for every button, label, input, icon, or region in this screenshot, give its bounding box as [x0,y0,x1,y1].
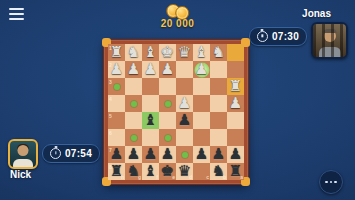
square-c3[interactable] [193,78,210,95]
square-f1[interactable]: ♝ [142,44,159,61]
player-avatar[interactable] [8,139,38,169]
white-bishop[interactable]: ♝ [195,44,208,61]
square-g4[interactable] [125,95,142,112]
clock-icon [257,31,268,42]
square-b4[interactable] [210,95,227,112]
square-h2[interactable]: ♟2 [108,61,125,78]
square-h1[interactable]: ♜1 [108,44,125,61]
square-a8[interactable]: ♜a [227,163,244,180]
white-pawn[interactable]: ♟ [178,95,191,112]
square-e5[interactable] [159,112,176,129]
square-e8[interactable]: ♚e [159,163,176,180]
square-c5[interactable] [193,112,210,129]
white-pawn[interactable]: ♟ [229,95,242,112]
file-label: g [138,174,141,180]
opponent-panel: 07:30 [249,22,348,59]
square-a6[interactable] [227,129,244,146]
player-time: 07:54 [65,148,92,159]
black-bishop[interactable]: ♝ [144,112,157,129]
rank-label: 7 [109,147,112,153]
move-hint-dot [165,101,171,107]
clock-icon [50,148,61,159]
move-hint-dot [131,135,137,141]
square-d7[interactable] [176,146,193,163]
black-pawn[interactable]: ♟ [127,146,140,163]
square-f4[interactable] [142,95,159,112]
coin-amount: 20 000 [161,18,195,29]
square-b2[interactable] [210,61,227,78]
black-pawn[interactable]: ♟ [195,146,208,163]
square-b7[interactable]: ♟ [210,146,227,163]
file-label: b [223,174,226,180]
square-d4[interactable]: ♟ [176,95,193,112]
opponent-timer: 07:30 [249,27,307,46]
move-hint-dot [165,135,171,141]
square-g6[interactable] [125,129,142,146]
square-h5[interactable]: 5 [108,112,125,129]
prison-bars-art [313,24,346,57]
square-a2[interactable] [227,61,244,78]
rank-label: 1 [109,45,112,51]
square-b5[interactable] [210,112,227,129]
square-b3[interactable] [210,78,227,95]
square-c2[interactable]: ♟ [193,61,210,78]
square-d3[interactable] [176,78,193,95]
square-e2[interactable]: ♟ [159,61,176,78]
square-d1[interactable]: ♛ [176,44,193,61]
white-bishop[interactable]: ♝ [144,44,157,61]
chess-board-frame: ♜1♞♝♚♛♝♞♟2♟♟♟♟3♜4♟♟5♝♟6♟7♟♟♟♟♟♟♜8h♞g♝f♚e… [103,39,249,185]
square-g8[interactable]: ♞g [125,163,142,180]
square-e3[interactable] [159,78,176,95]
square-e7[interactable]: ♟ [159,146,176,163]
square-b6[interactable] [210,129,227,146]
chess-board[interactable]: ♜1♞♝♚♛♝♞♟2♟♟♟♟3♜4♟♟5♝♟6♟7♟♟♟♟♟♟♜8h♞g♝f♚e… [108,44,244,180]
black-pawn[interactable]: ♟ [161,146,174,163]
square-e6[interactable] [159,129,176,146]
game-screen: 20 000 Jonas 07:30 07:54 Nick ♜1♞♝♚♛ [0,0,355,200]
chat-button[interactable] [319,170,343,194]
white-king[interactable]: ♚ [161,44,174,61]
square-f3[interactable] [142,78,159,95]
square-c7[interactable]: ♟ [193,146,210,163]
square-g7[interactable]: ♟ [125,146,142,163]
white-pawn[interactable]: ♟ [144,61,157,78]
move-hint-dot [114,84,120,90]
square-b8[interactable]: ♞b [210,163,227,180]
square-h8[interactable]: ♜8h [108,163,125,180]
square-d2[interactable] [176,61,193,78]
square-g1[interactable]: ♞ [125,44,142,61]
square-d8[interactable]: ♛d [176,163,193,180]
square-g2[interactable]: ♟ [125,61,142,78]
square-e4[interactable] [159,95,176,112]
square-c1[interactable]: ♝ [193,44,210,61]
black-pawn[interactable]: ♟ [144,146,157,163]
square-g3[interactable] [125,78,142,95]
file-label: f [156,174,158,180]
rank-label: 4 [109,96,112,102]
move-hint-dot [131,101,137,107]
square-f2[interactable]: ♟ [142,61,159,78]
square-a7[interactable]: ♟ [227,146,244,163]
black-pawn[interactable]: ♟ [178,112,191,129]
rank-label: 8 [109,164,112,170]
move-hint-dot [182,152,188,158]
rank-label: 3 [109,79,112,85]
square-a1[interactable] [227,44,244,61]
black-bishop[interactable]: ♝ [144,163,157,180]
square-a4[interactable]: ♟ [227,95,244,112]
square-c8[interactable]: c [193,163,210,180]
square-a5[interactable] [227,112,244,129]
square-f8[interactable]: ♝f [142,163,159,180]
file-label: h [121,174,124,180]
square-c6[interactable] [193,129,210,146]
square-d5[interactable]: ♟ [176,112,193,129]
square-f5[interactable]: ♝ [142,112,159,129]
black-pawn[interactable]: ♟ [229,146,242,163]
square-c4[interactable] [193,95,210,112]
file-label: a [240,174,243,180]
white-queen[interactable]: ♛ [178,44,191,61]
coin-balance[interactable]: 20 000 [161,4,195,29]
player-name: Nick [10,169,31,180]
white-knight[interactable]: ♞ [127,44,140,61]
rank-label: 2 [109,62,112,68]
square-h3[interactable]: 3 [108,78,125,95]
square-a3[interactable]: ♜ [227,78,244,95]
rank-label: 6 [109,130,112,136]
file-label: e [172,174,175,180]
black-pawn[interactable]: ♟ [212,146,225,163]
player-panel: 07:54 [8,139,100,169]
dots-icon [325,181,328,184]
opponent-avatar[interactable] [311,22,348,59]
player-timer: 07:54 [42,144,100,163]
square-h7[interactable]: ♟7 [108,146,125,163]
square-g5[interactable] [125,112,142,129]
square-e1[interactable]: ♚ [159,44,176,61]
square-f6[interactable] [142,129,159,146]
file-label: d [189,174,192,180]
square-d6[interactable] [176,129,193,146]
white-rook[interactable]: ♜ [229,78,242,95]
white-pawn[interactable]: ♟ [161,61,174,78]
square-f7[interactable]: ♟ [142,146,159,163]
coins-icon [161,4,195,17]
white-pawn[interactable]: ♟ [195,61,208,78]
rank-label: 5 [109,113,112,119]
white-knight[interactable]: ♞ [212,44,225,61]
white-pawn[interactable]: ♟ [127,61,140,78]
square-h4[interactable]: 4 [108,95,125,112]
opponent-time: 07:30 [272,31,299,42]
opponent-name: Jonas [302,8,331,19]
menu-button[interactable] [9,8,24,20]
square-h6[interactable]: 6 [108,129,125,146]
menu-icon [9,8,24,10]
square-b1[interactable]: ♞ [210,44,227,61]
file-label: c [206,174,209,180]
